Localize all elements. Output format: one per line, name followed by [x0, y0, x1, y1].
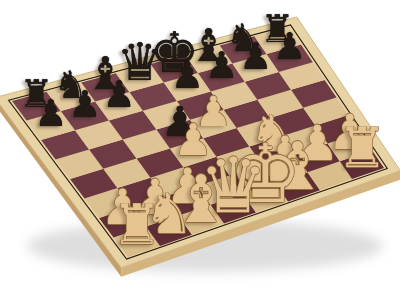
chess-board	[0, 0, 400, 290]
product-photo: ♜♞♟♝♟♚♟♛♟♝♞♜♟♟♟♟♟♟♞♟♟♜♟♝♚♟♛♟♝♟♞♜	[0, 0, 400, 290]
board-squares	[12, 27, 384, 257]
